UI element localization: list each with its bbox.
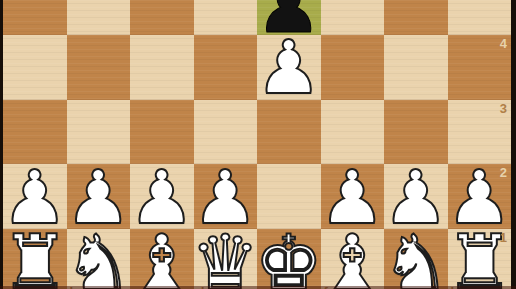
file-label-d: d	[197, 284, 205, 289]
white-knight-g1[interactable]: ♞	[382, 225, 450, 289]
white-knight-b1[interactable]: ♞	[64, 225, 132, 289]
square-f4[interactable]	[321, 35, 385, 100]
white-bishop-f1[interactable]: ♝	[318, 225, 386, 289]
board-right-edge	[511, 0, 516, 289]
white-king-e1[interactable]: ♚	[255, 225, 323, 289]
square-f5[interactable]	[321, 0, 385, 35]
white-pawn-e4[interactable]: ♟	[256, 30, 322, 104]
rank-label-3: 3	[500, 101, 507, 116]
square-h4[interactable]: 4	[448, 35, 512, 100]
square-b1[interactable]: ♞b	[67, 229, 131, 289]
file-label-e: e	[260, 284, 267, 289]
rank-label-1: 1	[500, 230, 507, 245]
white-bishop-c1[interactable]: ♝	[128, 225, 196, 289]
square-f1[interactable]: ♝f	[321, 229, 385, 289]
square-e1[interactable]: ♚e	[257, 229, 321, 289]
white-rook-a1[interactable]: ♜	[1, 225, 69, 289]
square-d1[interactable]: ♛d	[194, 229, 258, 289]
square-g4[interactable]	[384, 35, 448, 100]
rank-label-4: 4	[500, 36, 507, 51]
file-label-g: g	[387, 284, 395, 289]
square-a4[interactable]	[3, 35, 67, 100]
square-h5[interactable]	[448, 0, 512, 35]
square-b4[interactable]	[67, 35, 131, 100]
square-b5[interactable]	[67, 0, 131, 35]
white-queen-d1[interactable]: ♛	[191, 225, 259, 289]
file-label-b: b	[70, 284, 78, 289]
square-a5[interactable]	[3, 0, 67, 35]
square-g1[interactable]: ♞g	[384, 229, 448, 289]
board-left-edge	[0, 0, 3, 289]
square-c5[interactable]	[130, 0, 194, 35]
square-c1[interactable]: ♝c	[130, 229, 194, 289]
square-h1[interactable]: ♜1h	[448, 229, 512, 289]
rank-label-2: 2	[500, 165, 507, 180]
chess-board-screenshot: ♟♟43♟♟♟♟♟♟♟2♜a♞b♝c♛d♚e♝f♞g♜1h	[0, 0, 516, 289]
file-label-c: c	[133, 284, 140, 289]
file-label-a: a	[6, 284, 13, 289]
square-e4[interactable]: ♟	[257, 35, 321, 100]
square-d5[interactable]	[194, 0, 258, 35]
square-c4[interactable]	[130, 35, 194, 100]
file-label-h: h	[451, 284, 459, 289]
square-a1[interactable]: ♜a	[3, 229, 67, 289]
file-label-f: f	[324, 284, 328, 289]
square-d4[interactable]	[194, 35, 258, 100]
square-g5[interactable]	[384, 0, 448, 35]
chess-board: ♟♟43♟♟♟♟♟♟♟2♜a♞b♝c♛d♚e♝f♞g♜1h	[3, 0, 511, 289]
